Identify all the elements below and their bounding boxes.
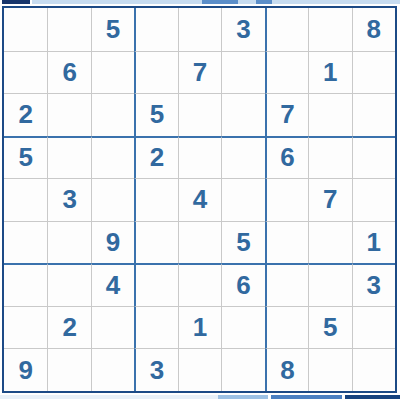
- cell-r4c6[interactable]: [221, 136, 264, 179]
- cell-r2c9[interactable]: [352, 51, 395, 94]
- cell-r4c9[interactable]: [352, 136, 395, 179]
- cell-r3c5[interactable]: [178, 93, 221, 136]
- toolbar-fragment-light-segment: [32, 0, 202, 4]
- cell-r8c7[interactable]: [265, 306, 308, 349]
- cell-r7c4[interactable]: [134, 263, 177, 306]
- cell-r6c7[interactable]: [265, 221, 308, 264]
- cell-r5c4[interactable]: [134, 178, 177, 221]
- button-fragment-1[interactable]: [218, 395, 268, 399]
- cell-r6c6[interactable]: 5: [221, 221, 264, 264]
- cell-r4c4[interactable]: 2: [134, 136, 177, 179]
- cell-r7c6[interactable]: 6: [221, 263, 264, 306]
- button-fragment-2[interactable]: [271, 395, 342, 399]
- bottom-fragment-light-area: [0, 395, 218, 399]
- cell-r6c3[interactable]: 9: [91, 221, 134, 264]
- cell-r8c9[interactable]: [352, 306, 395, 349]
- cell-r3c6[interactable]: [221, 93, 264, 136]
- toolbar-fragment-mid-segment: [202, 0, 238, 4]
- cell-r6c8[interactable]: [308, 221, 351, 264]
- cell-r4c8[interactable]: [308, 136, 351, 179]
- cell-r8c8[interactable]: 5: [308, 306, 351, 349]
- cell-r3c7[interactable]: 7: [265, 93, 308, 136]
- cell-r9c7[interactable]: 8: [265, 348, 308, 391]
- cell-r2c5[interactable]: 7: [178, 51, 221, 94]
- cell-r7c2[interactable]: [47, 263, 90, 306]
- cell-r3c8[interactable]: [308, 93, 351, 136]
- sudoku-board: 538671257526347951463215938: [2, 6, 397, 393]
- cell-r1c6[interactable]: 3: [221, 8, 264, 51]
- cell-r3c2[interactable]: [47, 93, 90, 136]
- cell-r3c4[interactable]: 5: [134, 93, 177, 136]
- cell-r7c7[interactable]: [265, 263, 308, 306]
- cell-r2c1[interactable]: [4, 51, 47, 94]
- cell-r1c9[interactable]: 8: [352, 8, 395, 51]
- cell-r1c4[interactable]: [134, 8, 177, 51]
- cell-r4c3[interactable]: [91, 136, 134, 179]
- cell-r8c1[interactable]: [4, 306, 47, 349]
- cell-r5c1[interactable]: [4, 178, 47, 221]
- cell-r8c2[interactable]: 2: [47, 306, 90, 349]
- cell-r2c7[interactable]: [265, 51, 308, 94]
- cell-r5c2[interactable]: 3: [47, 178, 90, 221]
- cell-r5c8[interactable]: 7: [308, 178, 351, 221]
- cell-r5c3[interactable]: [91, 178, 134, 221]
- cell-r6c1[interactable]: [4, 221, 47, 264]
- cell-r2c6[interactable]: [221, 51, 264, 94]
- cell-r9c9[interactable]: [352, 348, 395, 391]
- toolbar-fragment-navy-segment: [2, 0, 30, 4]
- cell-r7c1[interactable]: [4, 263, 47, 306]
- cell-r1c8[interactable]: [308, 8, 351, 51]
- cell-r2c8[interactable]: 1: [308, 51, 351, 94]
- cell-r4c5[interactable]: [178, 136, 221, 179]
- cell-r7c3[interactable]: 4: [91, 263, 134, 306]
- cell-r7c8[interactable]: [308, 263, 351, 306]
- bottom-toolbar-fragment: [0, 393, 400, 399]
- toolbar-fragment-light-segment: [238, 0, 256, 4]
- cell-r8c3[interactable]: [91, 306, 134, 349]
- cell-r4c7[interactable]: 6: [265, 136, 308, 179]
- cell-r8c5[interactable]: 1: [178, 306, 221, 349]
- cell-r9c4[interactable]: 3: [134, 348, 177, 391]
- cell-r2c3[interactable]: [91, 51, 134, 94]
- cell-r5c9[interactable]: [352, 178, 395, 221]
- cell-r9c3[interactable]: [91, 348, 134, 391]
- cell-r5c7[interactable]: [265, 178, 308, 221]
- cell-r6c5[interactable]: [178, 221, 221, 264]
- cell-r6c9[interactable]: 1: [352, 221, 395, 264]
- cell-r9c6[interactable]: [221, 348, 264, 391]
- cell-r2c4[interactable]: [134, 51, 177, 94]
- cell-r9c8[interactable]: [308, 348, 351, 391]
- cell-r8c4[interactable]: [134, 306, 177, 349]
- cell-r4c2[interactable]: [47, 136, 90, 179]
- cell-r9c5[interactable]: [178, 348, 221, 391]
- cell-r1c5[interactable]: [178, 8, 221, 51]
- cell-r6c2[interactable]: [47, 221, 90, 264]
- toolbar-fragment-mid-segment: [256, 0, 272, 4]
- cell-r2c2[interactable]: 6: [47, 51, 90, 94]
- cell-r5c6[interactable]: [221, 178, 264, 221]
- cell-r9c1[interactable]: 9: [4, 348, 47, 391]
- toolbar-fragment-light-segment: [272, 0, 400, 4]
- cell-r7c5[interactable]: [178, 263, 221, 306]
- cell-r7c9[interactable]: 3: [352, 263, 395, 306]
- cell-r3c1[interactable]: 2: [4, 93, 47, 136]
- cell-r3c3[interactable]: [91, 93, 134, 136]
- sudoku-screen: 538671257526347951463215938: [0, 0, 400, 399]
- button-fragment-3[interactable]: [345, 395, 400, 399]
- cell-r1c1[interactable]: [4, 8, 47, 51]
- cell-r1c3[interactable]: 5: [91, 8, 134, 51]
- cell-r3c9[interactable]: [352, 93, 395, 136]
- cell-r1c2[interactable]: [47, 8, 90, 51]
- cell-r4c1[interactable]: 5: [4, 136, 47, 179]
- cell-r1c7[interactable]: [265, 8, 308, 51]
- cell-r5c5[interactable]: 4: [178, 178, 221, 221]
- cell-r8c6[interactable]: [221, 306, 264, 349]
- cell-r9c2[interactable]: [47, 348, 90, 391]
- cell-r6c4[interactable]: [134, 221, 177, 264]
